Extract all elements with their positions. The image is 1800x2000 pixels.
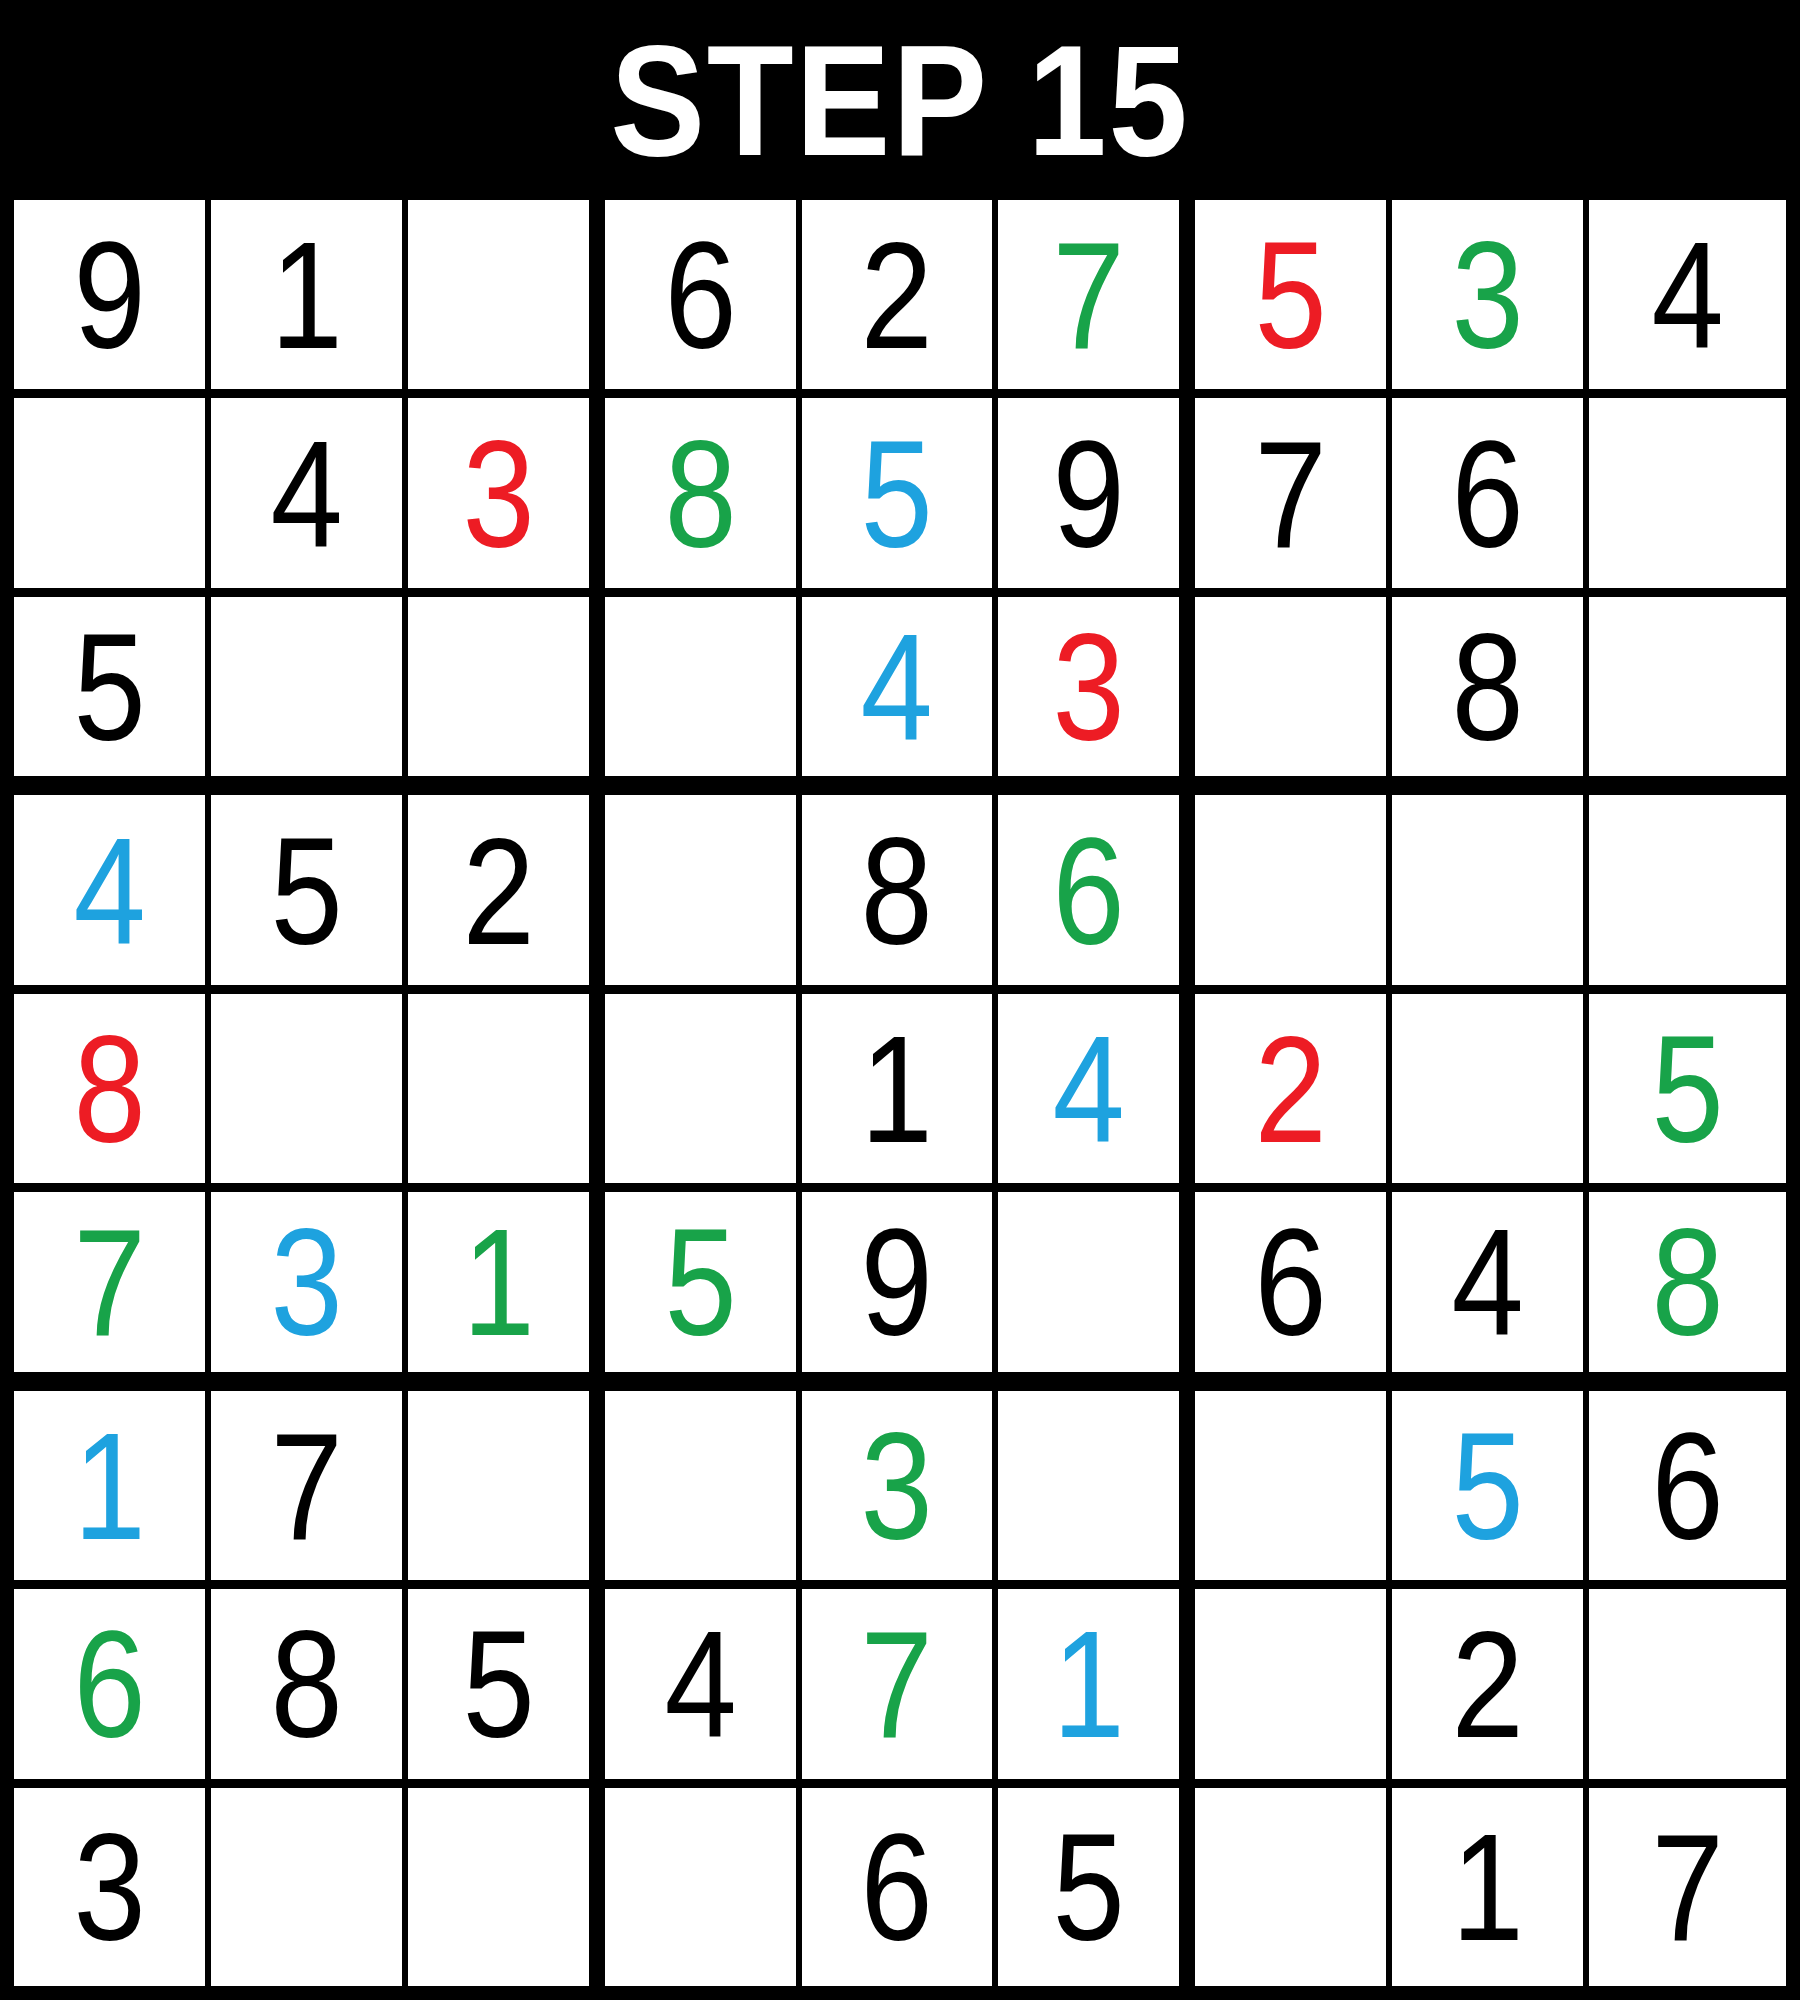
- cell-r1c3[interactable]: [408, 200, 605, 398]
- digit: 7: [270, 1409, 342, 1562]
- cell-r9c6[interactable]: 5: [998, 1788, 1195, 1986]
- sudoku-board: 9162753443859765438452868142573159648173…: [0, 200, 1800, 2000]
- digit: 8: [270, 1607, 342, 1760]
- digit: 7: [1255, 417, 1327, 570]
- digit: 5: [462, 1607, 534, 1760]
- digit: 8: [664, 417, 736, 570]
- digit: 5: [1255, 218, 1327, 371]
- cell-r6c6[interactable]: [998, 1192, 1195, 1390]
- cell-r7c2[interactable]: 7: [211, 1391, 408, 1589]
- digit: 8: [1651, 1205, 1723, 1358]
- digit: 3: [73, 1810, 145, 1963]
- digit: 3: [270, 1205, 342, 1358]
- cell-r4c1[interactable]: 4: [14, 795, 211, 993]
- digit: 5: [73, 610, 145, 763]
- cell-r1c8[interactable]: 3: [1392, 200, 1589, 398]
- cell-r6c3[interactable]: 1: [408, 1192, 605, 1390]
- digit: 6: [861, 1810, 933, 1963]
- cell-r6c8[interactable]: 4: [1392, 1192, 1589, 1390]
- cell-r8c1[interactable]: 6: [14, 1589, 211, 1787]
- digit: 3: [861, 1409, 933, 1562]
- cell-r4c5[interactable]: 8: [802, 795, 999, 993]
- cell-r1c4[interactable]: 6: [605, 200, 802, 398]
- cell-r9c9[interactable]: 7: [1589, 1788, 1786, 1986]
- cell-r1c6[interactable]: 7: [998, 200, 1195, 398]
- cell-r9c4[interactable]: [605, 1788, 802, 1986]
- cell-r2c3[interactable]: 3: [408, 398, 605, 596]
- digit: 9: [73, 218, 145, 371]
- digit: 8: [73, 1012, 145, 1165]
- digit: 5: [664, 1205, 736, 1358]
- digit: 4: [1053, 1012, 1125, 1165]
- cell-r5c2[interactable]: [211, 994, 408, 1192]
- cell-r3c2[interactable]: [211, 597, 408, 795]
- cell-r3c6[interactable]: 3: [998, 597, 1195, 795]
- cell-r4c7[interactable]: [1195, 795, 1392, 993]
- digit: 2: [861, 218, 933, 371]
- digit: 2: [1451, 1607, 1523, 1760]
- cell-r3c9[interactable]: [1589, 597, 1786, 795]
- cell-r5c9[interactable]: 5: [1589, 994, 1786, 1192]
- digit: 7: [73, 1205, 145, 1358]
- digit: 2: [462, 814, 534, 967]
- digit: 2: [1255, 1012, 1327, 1165]
- cell-r3c7[interactable]: [1195, 597, 1392, 795]
- digit: 1: [1053, 1607, 1125, 1760]
- cell-r7c6[interactable]: [998, 1391, 1195, 1589]
- cell-r7c9[interactable]: 6: [1589, 1391, 1786, 1589]
- digit: 1: [1451, 1810, 1523, 1963]
- digit: 4: [1451, 1205, 1523, 1358]
- digit: 7: [1651, 1810, 1723, 1963]
- cell-r6c5[interactable]: 9: [802, 1192, 999, 1390]
- cell-r4c4[interactable]: [605, 795, 802, 993]
- cell-r4c8[interactable]: [1392, 795, 1589, 993]
- digit: 1: [462, 1205, 534, 1358]
- cell-r3c3[interactable]: [408, 597, 605, 795]
- digit: 5: [270, 814, 342, 967]
- cell-r7c8[interactable]: 5: [1392, 1391, 1589, 1589]
- digit: 9: [861, 1205, 933, 1358]
- cell-r1c1[interactable]: 9: [14, 200, 211, 398]
- title-bar: STEP 15: [0, 0, 1800, 200]
- cell-r4c9[interactable]: [1589, 795, 1786, 993]
- cell-r6c4[interactable]: 5: [605, 1192, 802, 1390]
- cell-r7c1[interactable]: 1: [14, 1391, 211, 1589]
- cell-r9c7[interactable]: [1195, 1788, 1392, 1986]
- digit: 6: [1651, 1409, 1723, 1562]
- digit: 5: [1651, 1012, 1723, 1165]
- digit: 9: [1053, 417, 1125, 570]
- cell-r1c7[interactable]: 5: [1195, 200, 1392, 398]
- digit: 5: [1451, 1409, 1523, 1562]
- cell-r4c3[interactable]: 2: [408, 795, 605, 993]
- cell-r2c1[interactable]: [14, 398, 211, 596]
- cell-r5c6[interactable]: 4: [998, 994, 1195, 1192]
- cell-r7c4[interactable]: [605, 1391, 802, 1589]
- digit: 5: [861, 417, 933, 570]
- cell-r8c7[interactable]: [1195, 1589, 1392, 1787]
- digit: 5: [1053, 1810, 1125, 1963]
- cell-r8c5[interactable]: 7: [802, 1589, 999, 1787]
- cell-r8c2[interactable]: 8: [211, 1589, 408, 1787]
- digit: 4: [664, 1607, 736, 1760]
- cell-r5c7[interactable]: 2: [1195, 994, 1392, 1192]
- digit: 8: [861, 814, 933, 967]
- cell-r9c5[interactable]: 6: [802, 1788, 999, 1986]
- digit: 3: [1053, 610, 1125, 763]
- cell-r9c3[interactable]: [408, 1788, 605, 1986]
- cell-r8c4[interactable]: 4: [605, 1589, 802, 1787]
- cell-r2c2[interactable]: 4: [211, 398, 408, 596]
- digit: 3: [462, 417, 534, 570]
- cell-r6c1[interactable]: 7: [14, 1192, 211, 1390]
- cell-r2c6[interactable]: 9: [998, 398, 1195, 596]
- digit: 8: [1451, 610, 1523, 763]
- cell-r7c3[interactable]: [408, 1391, 605, 1589]
- cell-r8c9[interactable]: [1589, 1589, 1786, 1787]
- digit: 4: [270, 417, 342, 570]
- cell-r6c7[interactable]: 6: [1195, 1192, 1392, 1390]
- cell-r8c8[interactable]: 2: [1392, 1589, 1589, 1787]
- cell-r1c2[interactable]: 1: [211, 200, 408, 398]
- cell-r5c5[interactable]: 1: [802, 994, 999, 1192]
- cell-r2c8[interactable]: 6: [1392, 398, 1589, 596]
- digit: 4: [73, 814, 145, 967]
- cell-r5c1[interactable]: 8: [14, 994, 211, 1192]
- cell-r4c6[interactable]: 6: [998, 795, 1195, 993]
- digit: 4: [861, 610, 933, 763]
- cell-r9c2[interactable]: [211, 1788, 408, 1986]
- cell-r8c3[interactable]: 5: [408, 1589, 605, 1787]
- cell-r2c4[interactable]: 8: [605, 398, 802, 596]
- digit: 6: [73, 1607, 145, 1760]
- digit: 6: [1053, 814, 1125, 967]
- digit: 1: [73, 1409, 145, 1562]
- cell-r2c5[interactable]: 5: [802, 398, 999, 596]
- cell-r6c9[interactable]: 8: [1589, 1192, 1786, 1390]
- digit: 7: [1053, 218, 1125, 371]
- cell-r4c2[interactable]: 5: [211, 795, 408, 993]
- cell-r7c7[interactable]: [1195, 1391, 1392, 1589]
- cell-r9c1[interactable]: 3: [14, 1788, 211, 1986]
- digit: 4: [1651, 218, 1723, 371]
- cell-r1c9[interactable]: 4: [1589, 200, 1786, 398]
- digit: 6: [1255, 1205, 1327, 1358]
- page-title: STEP 15: [610, 21, 1189, 179]
- cell-r5c4[interactable]: [605, 994, 802, 1192]
- cell-r1c5[interactable]: 2: [802, 200, 999, 398]
- cell-r5c3[interactable]: [408, 994, 605, 1192]
- digit: 1: [270, 218, 342, 371]
- digit: 3: [1451, 218, 1523, 371]
- cell-r6c2[interactable]: 3: [211, 1192, 408, 1390]
- cell-r7c5[interactable]: 3: [802, 1391, 999, 1589]
- cell-r3c5[interactable]: 4: [802, 597, 999, 795]
- digit: 1: [861, 1012, 933, 1165]
- digit: 6: [1451, 417, 1523, 570]
- digit: 6: [664, 218, 736, 371]
- cell-r2c9[interactable]: [1589, 398, 1786, 596]
- cell-r2c7[interactable]: 7: [1195, 398, 1392, 596]
- cell-r3c4[interactable]: [605, 597, 802, 795]
- cell-r5c8[interactable]: [1392, 994, 1589, 1192]
- cell-r9c8[interactable]: 1: [1392, 1788, 1589, 1986]
- digit: 7: [861, 1607, 933, 1760]
- cell-r3c1[interactable]: 5: [14, 597, 211, 795]
- cell-r3c8[interactable]: 8: [1392, 597, 1589, 795]
- cell-r8c6[interactable]: 1: [998, 1589, 1195, 1787]
